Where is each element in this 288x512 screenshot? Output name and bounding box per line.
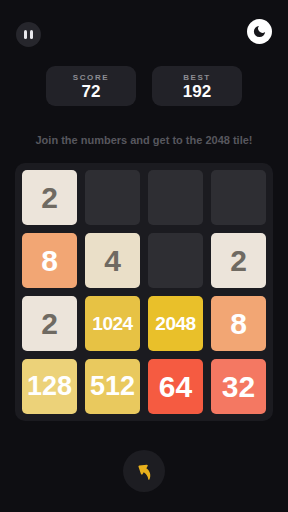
tile-2: 2 (211, 233, 266, 288)
undo-icon (129, 456, 159, 486)
tile-512: 512 (85, 359, 140, 414)
tile-4: 4 (85, 233, 140, 288)
game-board[interactable]: 284221024204881285126432 (15, 163, 273, 421)
board-cell-empty (148, 170, 203, 225)
best-label: BEST (183, 73, 211, 82)
tile-8: 8 (211, 296, 266, 351)
tile-1024: 1024 (85, 296, 140, 351)
board-cell-empty (85, 170, 140, 225)
app-screen: SCORE 72 BEST 192 Join the numbers and g… (0, 0, 288, 512)
board-cell-empty (211, 170, 266, 225)
pause-button[interactable] (16, 22, 41, 47)
tile-32: 32 (211, 359, 266, 414)
tile-64: 64 (148, 359, 203, 414)
tile-2048: 2048 (148, 296, 203, 351)
score-row: SCORE 72 BEST 192 (0, 66, 288, 106)
tagline: Join the numbers and get to the 2048 til… (0, 133, 288, 147)
score-label: SCORE (73, 73, 109, 82)
board-cell-empty (148, 233, 203, 288)
undo-button[interactable] (123, 450, 165, 492)
tile-2: 2 (22, 170, 77, 225)
score-value: 72 (82, 83, 101, 100)
tile-128: 128 (22, 359, 77, 414)
tile-2: 2 (22, 296, 77, 351)
best-box: BEST 192 (152, 66, 242, 106)
theme-toggle-button[interactable] (247, 19, 272, 44)
moon-icon (252, 24, 267, 39)
best-value: 192 (183, 83, 211, 100)
score-box: SCORE 72 (46, 66, 136, 106)
tile-8: 8 (22, 233, 77, 288)
pause-icon (24, 30, 33, 39)
